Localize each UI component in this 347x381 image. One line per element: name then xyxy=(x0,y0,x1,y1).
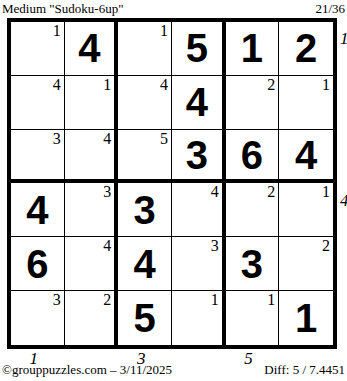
difficulty-rating: Diff: 5 / 7.4451 xyxy=(264,362,345,378)
cell-r5c1[interactable]: 6 xyxy=(11,237,65,291)
copyright-date: ©grouppuzzles.com – 3/11/2025 xyxy=(2,362,172,378)
cell-r2c6[interactable]: 1 xyxy=(279,76,333,130)
corner-mark: 1 xyxy=(160,22,168,40)
cell-r2c1[interactable]: 4 xyxy=(11,76,65,130)
puzzle-title: Medium "Sudoku-6up" xyxy=(2,1,123,17)
big-digit: 5 xyxy=(134,298,156,338)
big-digit: 5 xyxy=(186,28,208,68)
cell-r3c3[interactable]: 5 xyxy=(118,130,172,184)
row-label-4: 4 xyxy=(340,191,347,211)
corner-mark: 4 xyxy=(160,76,168,94)
big-digit: 4 xyxy=(295,135,317,175)
corner-mark: 5 xyxy=(160,130,168,148)
cell-r5c5[interactable]: 3 xyxy=(226,237,280,291)
corner-mark: 1 xyxy=(211,291,219,309)
cell-r6c4[interactable]: 1 xyxy=(172,291,226,345)
big-digit: 1 xyxy=(241,28,263,68)
corner-mark: 1 xyxy=(103,76,111,94)
corner-mark: 1 xyxy=(322,183,330,201)
big-digit: 3 xyxy=(134,190,156,230)
corner-mark: 3 xyxy=(53,130,61,148)
corner-mark: 2 xyxy=(103,291,111,309)
cell-r3c5[interactable]: 6 xyxy=(226,130,280,184)
cell-r6c3[interactable]: 5 xyxy=(118,291,172,345)
corner-mark: 2 xyxy=(322,237,330,255)
puzzle-page: Medium "Sudoku-6up" 21/36 14151241442134… xyxy=(0,0,347,381)
big-digit: 3 xyxy=(186,135,208,175)
corner-mark: 3 xyxy=(211,237,219,255)
cell-r4c2[interactable]: 3 xyxy=(65,183,119,237)
big-digit: 6 xyxy=(241,135,263,175)
cell-r5c4[interactable]: 3 xyxy=(172,237,226,291)
cell-r3c2[interactable]: 4 xyxy=(65,130,119,184)
col-label-1: 1 xyxy=(30,349,39,369)
cell-r2c2[interactable]: 1 xyxy=(65,76,119,130)
cell-r3c4[interactable]: 3 xyxy=(172,130,226,184)
cell-r5c3[interactable]: 4 xyxy=(118,237,172,291)
corner-mark: 1 xyxy=(267,291,275,309)
big-digit: 4 xyxy=(134,244,156,284)
cell-r2c4[interactable]: 4 xyxy=(172,76,226,130)
big-digit: 1 xyxy=(295,298,317,338)
cell-r5c6[interactable]: 2 xyxy=(279,237,333,291)
col-label-3: 3 xyxy=(137,349,146,369)
corner-mark: 4 xyxy=(103,130,111,148)
col-label-5: 5 xyxy=(244,349,253,369)
cell-r6c5[interactable]: 1 xyxy=(226,291,280,345)
progress-count: 21/36 xyxy=(315,1,345,17)
cell-r1c4[interactable]: 5 xyxy=(172,22,226,76)
cell-r4c1[interactable]: 4 xyxy=(11,183,65,237)
cell-r1c1[interactable]: 1 xyxy=(11,22,65,76)
corner-mark: 2 xyxy=(267,183,275,201)
cell-r5c2[interactable]: 4 xyxy=(65,237,119,291)
cell-r4c4[interactable]: 4 xyxy=(172,183,226,237)
corner-mark: 4 xyxy=(211,183,219,201)
cell-r3c6[interactable]: 4 xyxy=(279,130,333,184)
cell-r1c5[interactable]: 1 xyxy=(226,22,280,76)
corner-mark: 3 xyxy=(103,183,111,201)
row-label-1: 1 xyxy=(340,29,347,49)
sudoku-board: 141512414421345364433421644332325111 xyxy=(7,18,337,349)
cell-r4c3[interactable]: 3 xyxy=(118,183,172,237)
corner-mark: 2 xyxy=(267,76,275,94)
cell-r4c5[interactable]: 2 xyxy=(226,183,280,237)
big-digit: 4 xyxy=(186,82,208,122)
cell-r6c2[interactable]: 2 xyxy=(65,291,119,345)
big-digit: 4 xyxy=(78,28,100,68)
cell-r6c1[interactable]: 3 xyxy=(11,291,65,345)
cell-r1c2[interactable]: 4 xyxy=(65,22,119,76)
corner-mark: 4 xyxy=(53,76,61,94)
cell-r6c6[interactable]: 1 xyxy=(279,291,333,345)
corner-mark: 1 xyxy=(322,76,330,94)
cell-r1c6[interactable]: 2 xyxy=(279,22,333,76)
big-digit: 6 xyxy=(26,244,48,284)
cell-r2c3[interactable]: 4 xyxy=(118,76,172,130)
cell-r4c6[interactable]: 1 xyxy=(279,183,333,237)
cell-r2c5[interactable]: 2 xyxy=(226,76,280,130)
corner-mark: 1 xyxy=(53,22,61,40)
big-digit: 4 xyxy=(26,190,48,230)
big-digit: 3 xyxy=(241,244,263,284)
big-digit: 2 xyxy=(295,28,317,68)
corner-mark: 4 xyxy=(103,237,111,255)
corner-mark: 3 xyxy=(53,291,61,309)
cell-r1c3[interactable]: 1 xyxy=(118,22,172,76)
cell-r3c1[interactable]: 3 xyxy=(11,130,65,184)
